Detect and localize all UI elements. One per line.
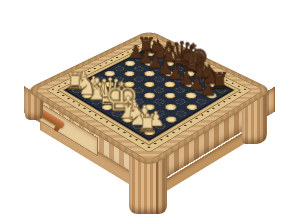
table-perspective-scene: ♜♞♝♛♚♝♞♜♟♟♟♟♟♟♟♟♟♟♟♟♟♟♟♟♜♞♝♛♚♝♞♜ [0, 0, 291, 222]
white-rook[interactable]: ♜ [136, 111, 152, 136]
chess-table-photo: ♜♞♝♛♚♝♞♜♟♟♟♟♟♟♟♟♟♟♟♟♟♟♟♟♜♞♝♛♚♝♞♜ [0, 0, 291, 222]
black-pawn[interactable]: ♟ [199, 79, 214, 98]
tabletop: ♜♞♝♛♚♝♞♜♟♟♟♟♟♟♟♟♟♟♟♟♟♟♟♟♜♞♝♛♚♝♞♜ [25, 30, 274, 168]
